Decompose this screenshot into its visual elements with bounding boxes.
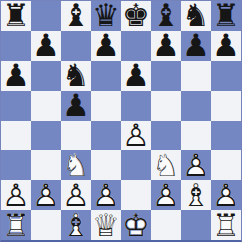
piece-black-rook[interactable]: ♜ [1, 1, 31, 31]
white-piece-outline: ♔ [121, 210, 151, 240]
square-f6[interactable] [151, 61, 181, 91]
piece-black-knight[interactable]: ♞ [61, 61, 91, 91]
square-h3[interactable] [211, 150, 241, 180]
white-piece-fill: ♟ [211, 180, 241, 210]
chess-board: ♜♝♛♚♝♞♜♟♟♟♟♟♟♞♟♟♟♙♞♘♞♘♟♙♟♙♟♙♟♙♟♙♟♙♝♗♟♙♜♖… [0, 0, 242, 242]
white-piece-outline: ♙ [211, 180, 241, 210]
square-b6[interactable] [31, 61, 61, 91]
white-piece-outline: ♙ [31, 180, 61, 210]
piece-white-pawn[interactable]: ♟♙ [1, 180, 31, 210]
square-c2[interactable]: ♟♙ [61, 180, 91, 210]
black-piece-glyph: ♜ [211, 1, 241, 31]
piece-black-rook[interactable]: ♜ [211, 1, 241, 31]
square-a3[interactable] [1, 150, 31, 180]
white-piece-outline: ♙ [151, 180, 181, 210]
white-piece-fill: ♜ [1, 210, 31, 240]
white-piece-outline: ♙ [181, 150, 211, 180]
piece-black-king[interactable]: ♚ [121, 1, 151, 31]
piece-black-queen[interactable]: ♛ [91, 1, 121, 31]
piece-white-knight[interactable]: ♞♘ [61, 150, 91, 180]
white-piece-outline: ♙ [121, 121, 151, 151]
square-g3[interactable]: ♟♙ [181, 150, 211, 180]
piece-white-pawn[interactable]: ♟♙ [61, 180, 91, 210]
square-e2[interactable] [121, 180, 151, 210]
white-piece-outline: ♖ [211, 210, 241, 240]
square-c8[interactable]: ♝ [61, 1, 91, 31]
white-piece-fill: ♟ [181, 150, 211, 180]
square-g2[interactable]: ♝♗ [181, 180, 211, 210]
black-piece-glyph: ♟ [31, 31, 61, 61]
white-piece-fill: ♟ [61, 180, 91, 210]
black-piece-glyph: ♝ [61, 1, 91, 31]
square-f8[interactable]: ♝ [151, 1, 181, 31]
square-d5[interactable] [91, 91, 121, 121]
square-d7[interactable]: ♟ [91, 31, 121, 61]
black-piece-glyph: ♟ [151, 31, 181, 61]
white-piece-fill: ♟ [31, 180, 61, 210]
square-b4[interactable] [31, 121, 61, 151]
square-d8[interactable]: ♛ [91, 1, 121, 31]
white-piece-fill: ♛ [91, 210, 121, 240]
square-c5[interactable]: ♟ [61, 91, 91, 121]
square-e8[interactable]: ♚ [121, 1, 151, 31]
piece-black-pawn[interactable]: ♟ [211, 31, 241, 61]
white-piece-outline: ♙ [1, 180, 31, 210]
piece-white-bishop[interactable]: ♝♗ [181, 180, 211, 210]
square-g1[interactable] [181, 210, 211, 240]
black-piece-glyph: ♟ [61, 91, 91, 121]
white-piece-fill: ♜ [211, 210, 241, 240]
square-b5[interactable] [31, 91, 61, 121]
white-piece-outline: ♗ [61, 210, 91, 240]
square-d3[interactable] [91, 150, 121, 180]
white-piece-outline: ♖ [1, 210, 31, 240]
square-f4[interactable] [151, 121, 181, 151]
square-b3[interactable] [31, 150, 61, 180]
piece-white-pawn[interactable]: ♟♙ [31, 180, 61, 210]
square-a4[interactable] [1, 121, 31, 151]
black-piece-glyph: ♚ [121, 1, 151, 31]
square-e1[interactable]: ♚♔ [121, 210, 151, 240]
white-piece-fill: ♚ [121, 210, 151, 240]
white-piece-fill: ♞ [151, 150, 181, 180]
black-piece-glyph: ♟ [121, 61, 151, 91]
piece-black-pawn[interactable]: ♟ [61, 91, 91, 121]
piece-white-bishop[interactable]: ♝♗ [61, 210, 91, 240]
white-piece-fill: ♟ [121, 121, 151, 151]
square-c3[interactable]: ♞♘ [61, 150, 91, 180]
piece-white-pawn[interactable]: ♟♙ [91, 180, 121, 210]
piece-white-pawn[interactable]: ♟♙ [181, 150, 211, 180]
black-piece-glyph: ♜ [1, 1, 31, 31]
black-piece-glyph: ♛ [91, 1, 121, 31]
piece-black-pawn[interactable]: ♟ [1, 61, 31, 91]
square-f5[interactable] [151, 91, 181, 121]
white-piece-fill: ♟ [1, 180, 31, 210]
square-c1[interactable]: ♝♗ [61, 210, 91, 240]
black-piece-glyph: ♝ [151, 1, 181, 31]
piece-black-bishop[interactable]: ♝ [61, 1, 91, 31]
square-b8[interactable] [31, 1, 61, 31]
square-e6[interactable]: ♟ [121, 61, 151, 91]
square-d6[interactable] [91, 61, 121, 91]
square-d1[interactable]: ♛♕ [91, 210, 121, 240]
piece-black-pawn[interactable]: ♟ [91, 31, 121, 61]
square-a5[interactable] [1, 91, 31, 121]
piece-black-pawn[interactable]: ♟ [31, 31, 61, 61]
square-f2[interactable]: ♟♙ [151, 180, 181, 210]
piece-black-pawn[interactable]: ♟ [181, 31, 211, 61]
black-piece-glyph: ♟ [1, 61, 31, 91]
white-piece-outline: ♙ [61, 180, 91, 210]
piece-white-knight[interactable]: ♞♘ [151, 150, 181, 180]
white-piece-fill: ♞ [61, 150, 91, 180]
white-piece-fill: ♟ [91, 180, 121, 210]
piece-white-pawn[interactable]: ♟♙ [211, 180, 241, 210]
white-piece-outline: ♗ [181, 180, 211, 210]
square-b7[interactable]: ♟ [31, 31, 61, 61]
square-g4[interactable] [181, 121, 211, 151]
black-piece-glyph: ♟ [91, 31, 121, 61]
piece-white-rook[interactable]: ♜♖ [211, 210, 241, 240]
square-h6[interactable] [211, 61, 241, 91]
square-h5[interactable] [211, 91, 241, 121]
square-b1[interactable] [31, 210, 61, 240]
square-h2[interactable]: ♟♙ [211, 180, 241, 210]
square-h7[interactable]: ♟ [211, 31, 241, 61]
piece-black-pawn[interactable]: ♟ [151, 31, 181, 61]
square-e5[interactable] [121, 91, 151, 121]
black-piece-glyph: ♟ [211, 31, 241, 61]
square-a6[interactable]: ♟ [1, 61, 31, 91]
square-a7[interactable] [1, 31, 31, 61]
square-h1[interactable]: ♜♖ [211, 210, 241, 240]
black-piece-glyph: ♟ [181, 31, 211, 61]
piece-white-pawn[interactable]: ♟♙ [121, 121, 151, 151]
white-piece-outline: ♙ [91, 180, 121, 210]
square-e4[interactable]: ♟♙ [121, 121, 151, 151]
piece-white-king[interactable]: ♚♔ [121, 210, 151, 240]
white-piece-outline: ♘ [61, 150, 91, 180]
piece-white-rook[interactable]: ♜♖ [1, 210, 31, 240]
piece-white-queen[interactable]: ♛♕ [91, 210, 121, 240]
square-h4[interactable] [211, 121, 241, 151]
square-b2[interactable]: ♟♙ [31, 180, 61, 210]
square-h8[interactable]: ♜ [211, 1, 241, 31]
black-piece-glyph: ♞ [61, 61, 91, 91]
square-d4[interactable] [91, 121, 121, 151]
square-g7[interactable]: ♟ [181, 31, 211, 61]
square-c4[interactable] [61, 121, 91, 151]
square-a1[interactable]: ♜♖ [1, 210, 31, 240]
square-f1[interactable] [151, 210, 181, 240]
square-g5[interactable] [181, 91, 211, 121]
white-piece-outline: ♕ [91, 210, 121, 240]
white-piece-outline: ♘ [151, 150, 181, 180]
square-d2[interactable]: ♟♙ [91, 180, 121, 210]
piece-white-pawn[interactable]: ♟♙ [151, 180, 181, 210]
square-a2[interactable]: ♟♙ [1, 180, 31, 210]
square-e3[interactable] [121, 150, 151, 180]
square-f7[interactable]: ♟ [151, 31, 181, 61]
white-piece-fill: ♝ [181, 180, 211, 210]
square-g6[interactable] [181, 61, 211, 91]
square-g8[interactable]: ♞ [181, 1, 211, 31]
square-c6[interactable]: ♞ [61, 61, 91, 91]
square-f3[interactable]: ♞♘ [151, 150, 181, 180]
square-c7[interactable] [61, 31, 91, 61]
white-piece-fill: ♟ [151, 180, 181, 210]
white-piece-fill: ♝ [61, 210, 91, 240]
black-piece-glyph: ♞ [181, 1, 211, 31]
square-e7[interactable] [121, 31, 151, 61]
piece-black-pawn[interactable]: ♟ [121, 61, 151, 91]
piece-black-bishop[interactable]: ♝ [151, 1, 181, 31]
square-a8[interactable]: ♜ [1, 1, 31, 31]
piece-black-knight[interactable]: ♞ [181, 1, 211, 31]
